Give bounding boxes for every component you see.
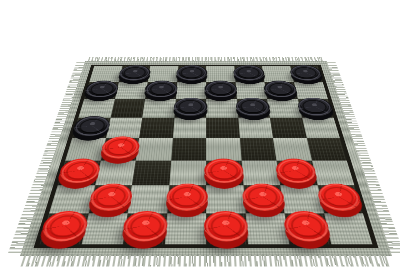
square-r6c8 (312, 160, 355, 185)
square-r3c2[interactable] (110, 99, 145, 118)
red-checker[interactable] (315, 184, 363, 211)
square-r8c1[interactable] (40, 213, 89, 244)
red-checker[interactable] (165, 184, 207, 211)
black-checker[interactable] (233, 65, 266, 80)
square-r6c5[interactable] (206, 160, 243, 185)
square-r7c7 (280, 185, 323, 213)
black-checker[interactable] (235, 98, 271, 116)
square-r5c3 (136, 138, 173, 161)
black-checker[interactable] (289, 65, 324, 80)
red-checker[interactable] (205, 159, 245, 183)
square-r1c7 (262, 66, 294, 82)
red-checker[interactable] (122, 211, 169, 242)
square-r3c7 (267, 99, 302, 118)
square-r6c1[interactable] (58, 160, 101, 185)
square-r2c5[interactable] (206, 82, 236, 99)
square-r2c4 (176, 82, 206, 99)
square-r8c7[interactable] (284, 213, 330, 244)
square-r7c5 (206, 185, 245, 213)
square-r4c8 (302, 117, 340, 137)
square-r5c8[interactable] (306, 138, 346, 161)
checkers-rug (20, 61, 392, 256)
rug-fringe-bottom (21, 255, 392, 267)
rug-fringe-top (88, 57, 324, 61)
square-r8c6 (245, 213, 289, 244)
square-r5c4[interactable] (171, 138, 206, 161)
square-r4c3[interactable] (139, 117, 174, 137)
black-checker[interactable] (176, 65, 207, 80)
square-r6c3[interactable] (132, 160, 171, 185)
black-checker[interactable] (173, 98, 207, 116)
square-r7c4[interactable] (167, 185, 206, 213)
square-r3c4[interactable] (174, 99, 206, 118)
square-r3c8[interactable] (297, 99, 333, 118)
red-checker[interactable] (241, 184, 285, 211)
square-r7c8[interactable] (317, 185, 363, 213)
board-frame (34, 65, 379, 248)
square-r1c4[interactable] (177, 66, 206, 82)
square-r2c1[interactable] (84, 82, 118, 99)
square-r3c1 (78, 99, 114, 118)
square-r8c8 (324, 213, 373, 244)
square-r6c2 (95, 160, 136, 185)
square-r8c4 (164, 213, 206, 244)
square-r5c5 (206, 138, 241, 161)
square-r5c1 (65, 138, 105, 161)
square-r5c7 (273, 138, 312, 161)
square-r7c6[interactable] (243, 185, 284, 213)
square-r3c3 (142, 99, 175, 118)
red-checker[interactable] (87, 184, 133, 211)
square-r1c2[interactable] (118, 66, 150, 82)
square-r3c6[interactable] (236, 99, 269, 118)
board (40, 66, 373, 244)
red-checker[interactable] (100, 136, 141, 158)
square-r7c3 (128, 185, 169, 213)
square-r2c6 (235, 82, 267, 99)
square-r1c3 (148, 66, 178, 82)
square-r1c8[interactable] (290, 66, 323, 82)
square-r1c5 (206, 66, 235, 82)
square-r2c8 (294, 82, 328, 99)
red-checker[interactable] (204, 211, 249, 242)
square-r5c6[interactable] (239, 138, 276, 161)
square-r4c6 (238, 117, 273, 137)
square-r7c1 (49, 185, 95, 213)
black-checker[interactable] (144, 81, 178, 98)
black-checker[interactable] (205, 81, 238, 98)
square-r2c3[interactable] (145, 82, 177, 99)
square-r7c2[interactable] (88, 185, 131, 213)
square-r2c2 (115, 82, 148, 99)
square-r8c3[interactable] (123, 213, 167, 244)
square-r8c2 (81, 213, 127, 244)
photo-scene (0, 0, 400, 270)
square-r1c6[interactable] (234, 66, 264, 82)
square-r2c7[interactable] (264, 82, 297, 99)
square-r8c5[interactable] (206, 213, 248, 244)
square-r4c5[interactable] (206, 117, 239, 137)
square-r4c7[interactable] (270, 117, 307, 137)
square-r4c2 (106, 117, 143, 137)
square-r4c4 (173, 117, 206, 137)
black-checker[interactable] (296, 98, 334, 116)
square-r4c1[interactable] (72, 117, 110, 137)
black-checker[interactable] (118, 65, 152, 80)
square-r5c2[interactable] (100, 138, 139, 161)
square-r3c5 (206, 99, 238, 118)
square-r1c1 (89, 66, 122, 82)
square-r6c4 (169, 160, 206, 185)
square-r6c6 (241, 160, 280, 185)
square-r6c7[interactable] (276, 160, 317, 185)
